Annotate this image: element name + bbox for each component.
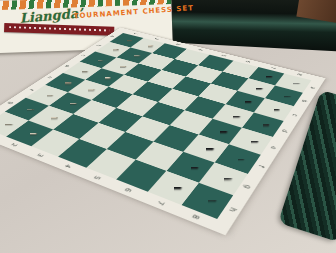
white-knight: ♞ (16, 90, 37, 113)
box-banner-fine-print (9, 26, 109, 31)
white-pawn: ♟ (61, 87, 79, 107)
white-pawn: ♟ (96, 62, 113, 81)
board-border: abcdefgh abcdefgh 87654321 87654321 ♜♞♝♛… (0, 28, 326, 236)
board-grid: ♜♞♝♛♚♝♞♜♟♟♟♟♟♟♟♟♟♟♟♟♟♟♟♟♜♞♝♛♚♝♞♜ (0, 33, 311, 219)
photo-scene: Liangda’ TOURNAMENT CHESS SET abcdefgh a… (0, 0, 336, 253)
white-bishop: ♝ (37, 77, 57, 100)
white-king: ♚ (54, 62, 77, 87)
white-rook: ♜ (0, 105, 16, 128)
white-pawn: ♟ (112, 52, 128, 70)
black-pawn: ♟ (162, 167, 184, 192)
box-red-banner (4, 23, 114, 36)
white-pawn: ♟ (42, 100, 61, 121)
white-pawn: ♟ (140, 32, 155, 49)
white-pawn: ♟ (20, 115, 40, 137)
chess-board: abcdefgh abcdefgh 87654321 87654321 ♜♞♝♛… (0, 28, 326, 236)
white-pawn: ♟ (127, 41, 142, 58)
black-rook: ♜ (195, 177, 220, 205)
white-pawn: ♟ (80, 74, 97, 93)
